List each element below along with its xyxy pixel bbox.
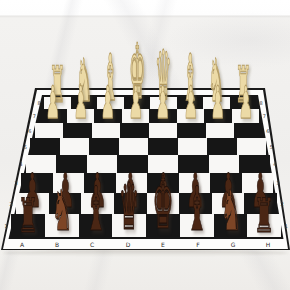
square-h6[interactable] — [234, 123, 263, 138]
board-row-rank-7: ♟♟♟♟♟♟♟♟ — [39, 109, 259, 123]
square-g5[interactable] — [207, 138, 237, 155]
rank-label-1-r: 1 — [283, 223, 289, 229]
square-a1[interactable]: ♜ — [11, 214, 45, 237]
square-d7[interactable]: ♟ — [122, 109, 150, 123]
square-e6[interactable] — [149, 123, 178, 138]
dark-queen[interactable]: ♛ — [114, 174, 144, 239]
board-row-rank-1: ♜♞♝♛♚♝♞♜ — [11, 214, 281, 237]
light-pawn[interactable]: ♟ — [206, 80, 231, 125]
square-d1[interactable]: ♛ — [112, 214, 146, 237]
board-row-rank-6 — [35, 123, 263, 138]
rank-label-6-r: 6 — [265, 128, 271, 134]
dark-rook[interactable]: ♜ — [249, 191, 279, 239]
rank-label-7-l: 7 — [31, 113, 37, 119]
light-pawn[interactable]: ♟ — [96, 80, 121, 125]
light-pawn[interactable]: ♟ — [68, 80, 93, 125]
square-c6[interactable] — [92, 123, 121, 138]
rank-label-5-r: 5 — [268, 144, 274, 150]
square-b7[interactable]: ♟ — [67, 109, 95, 123]
square-c1[interactable]: ♝ — [79, 214, 113, 237]
rank-label-1-l: 1 — [3, 223, 9, 229]
square-b6[interactable] — [63, 123, 92, 138]
dark-bishop[interactable]: ♝ — [80, 178, 110, 239]
square-f5[interactable] — [178, 138, 208, 155]
square-f7[interactable]: ♟ — [177, 109, 205, 123]
light-pawn[interactable]: ♟ — [41, 80, 66, 125]
light-pawn[interactable]: ♟ — [233, 80, 258, 125]
square-a7[interactable]: ♟ — [39, 109, 67, 123]
square-d6[interactable] — [120, 123, 149, 138]
rank-label-3-r: 3 — [275, 180, 281, 186]
photo-background: ♜♞♝♚♛♝♞♜♟♟♟♟♟♟♟♟♟♟♟♟♟♟♟♟♜♞♝♛♚♝♞♜ ABCDEFG… — [0, 0, 290, 290]
square-f6[interactable] — [177, 123, 206, 138]
rank-label-4-r: 4 — [272, 161, 278, 167]
dark-rook[interactable]: ♜ — [13, 191, 43, 239]
rank-label-2-r: 2 — [279, 201, 285, 207]
rank-label-5-l: 5 — [22, 144, 28, 150]
square-c5[interactable] — [89, 138, 119, 155]
light-pawn[interactable]: ♟ — [123, 80, 148, 125]
rank-label-8-r: 8 — [258, 100, 264, 106]
square-h7[interactable]: ♟ — [232, 109, 260, 123]
dark-bishop[interactable]: ♝ — [181, 178, 211, 239]
dark-knight[interactable]: ♞ — [46, 183, 76, 239]
dark-knight[interactable]: ♞ — [215, 183, 245, 239]
square-b5[interactable] — [60, 138, 90, 155]
square-c7[interactable]: ♟ — [94, 109, 122, 123]
square-e1[interactable]: ♚ — [146, 214, 180, 237]
square-g7[interactable]: ♟ — [204, 109, 232, 123]
square-e7[interactable]: ♟ — [149, 109, 177, 123]
square-a6[interactable] — [35, 123, 64, 138]
square-f1[interactable]: ♝ — [180, 214, 214, 237]
rank-label-7-r: 7 — [261, 113, 267, 119]
rank-label-6-l: 6 — [27, 128, 33, 134]
square-h1[interactable]: ♜ — [247, 214, 281, 237]
light-pawn[interactable]: ♟ — [151, 80, 176, 125]
square-d5[interactable] — [119, 138, 149, 155]
square-h5[interactable] — [237, 138, 267, 155]
square-a5[interactable] — [30, 138, 60, 155]
square-e5[interactable] — [148, 138, 178, 155]
chess-board: ♜♞♝♚♛♝♞♜♟♟♟♟♟♟♟♟♟♟♟♟♟♟♟♟♜♞♝♛♚♝♞♜ — [0, 0, 290, 290]
square-b1[interactable]: ♞ — [45, 214, 79, 237]
square-g6[interactable] — [206, 123, 235, 138]
square-g1[interactable]: ♞ — [214, 214, 248, 237]
board-row-rank-5 — [30, 138, 266, 155]
light-pawn[interactable]: ♟ — [178, 80, 203, 125]
dark-king[interactable]: ♚ — [148, 167, 178, 239]
